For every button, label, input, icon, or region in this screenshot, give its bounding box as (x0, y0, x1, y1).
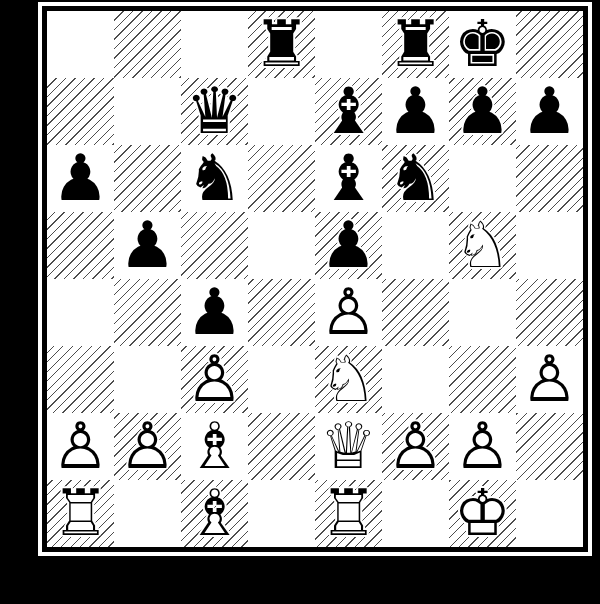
white-pawn-a2[interactable]: ♟♙ (47, 413, 114, 480)
square-g5[interactable]: ♞♘ (449, 212, 516, 279)
chess-board: ♜♜♚♛♝♟♟♟♟♞♝♞♟♟♞♘♟♟♙♟♙♞♘♟♙♟♙♟♙♝♗♛♕♟♙♟♙♜♖♝… (47, 11, 583, 547)
square-d3[interactable] (248, 346, 315, 413)
piece-glyph: ♟ (119, 212, 176, 279)
square-e6[interactable]: ♝ (315, 145, 382, 212)
square-d8[interactable]: ♜ (248, 11, 315, 78)
black-pawn-c4[interactable]: ♟ (181, 279, 248, 346)
piece-outline-layer: ♗ (186, 480, 243, 547)
square-g7[interactable]: ♟ (449, 78, 516, 145)
piece-outline-layer: ♕ (320, 413, 377, 480)
piece-outline-layer: ♙ (521, 346, 578, 413)
black-pawn-h7[interactable]: ♟ (516, 78, 583, 145)
square-h6[interactable] (516, 145, 583, 212)
square-f2[interactable]: ♟♙ (382, 413, 449, 480)
square-f8[interactable]: ♜ (382, 11, 449, 78)
square-e2[interactable]: ♛♕ (315, 413, 382, 480)
white-pawn-b2[interactable]: ♟♙ (114, 413, 181, 480)
white-bishop-c2[interactable]: ♝♗ (181, 413, 248, 480)
square-e5[interactable]: ♟ (315, 212, 382, 279)
square-c7[interactable]: ♛ (181, 78, 248, 145)
piece-outline-layer: ♔ (454, 480, 511, 547)
white-rook-a1[interactable]: ♜♖ (47, 480, 114, 547)
white-pawn-g2[interactable]: ♟♙ (449, 413, 516, 480)
piece-glyph: ♜ (253, 11, 310, 78)
white-pawn-e4[interactable]: ♟♙ (315, 279, 382, 346)
square-a1[interactable]: ♜♖ (47, 480, 114, 547)
square-e4[interactable]: ♟♙ (315, 279, 382, 346)
piece-glyph: ♛ (186, 78, 243, 145)
square-h7[interactable]: ♟ (516, 78, 583, 145)
square-f1[interactable] (382, 480, 449, 547)
black-bishop-e7[interactable]: ♝ (315, 78, 382, 145)
black-pawn-b5[interactable]: ♟ (114, 212, 181, 279)
square-d4[interactable] (248, 279, 315, 346)
white-rook-e1[interactable]: ♜♖ (315, 480, 382, 547)
piece-glyph: ♝ (320, 78, 377, 145)
square-d6[interactable] (248, 145, 315, 212)
white-bishop-c1[interactable]: ♝♗ (181, 480, 248, 547)
square-a8[interactable] (47, 11, 114, 78)
square-e3[interactable]: ♞♘ (315, 346, 382, 413)
black-pawn-a6[interactable]: ♟ (47, 145, 114, 212)
black-rook-f8[interactable]: ♜ (382, 11, 449, 78)
white-knight-g5[interactable]: ♞♘ (449, 212, 516, 279)
black-rook-d8[interactable]: ♜ (248, 11, 315, 78)
piece-glyph: ♚ (454, 11, 511, 78)
square-h3[interactable]: ♟♙ (516, 346, 583, 413)
square-a4[interactable] (47, 279, 114, 346)
black-pawn-g7[interactable]: ♟ (449, 78, 516, 145)
square-h8[interactable] (516, 11, 583, 78)
square-g6[interactable] (449, 145, 516, 212)
piece-glyph: ♟ (52, 145, 109, 212)
square-a3[interactable] (47, 346, 114, 413)
square-b8[interactable] (114, 11, 181, 78)
square-c8[interactable] (181, 11, 248, 78)
white-pawn-h3[interactable]: ♟♙ (516, 346, 583, 413)
square-a2[interactable]: ♟♙ (47, 413, 114, 480)
square-a6[interactable]: ♟ (47, 145, 114, 212)
square-f5[interactable] (382, 212, 449, 279)
piece-outline-layer: ♘ (320, 346, 377, 413)
square-h5[interactable] (516, 212, 583, 279)
square-a7[interactable] (47, 78, 114, 145)
square-h2[interactable] (516, 413, 583, 480)
chess-board-outer: ♜♜♚♛♝♟♟♟♟♞♝♞♟♟♞♘♟♟♙♟♙♞♘♟♙♟♙♟♙♝♗♛♕♟♙♟♙♜♖♝… (38, 2, 592, 556)
piece-glyph: ♞ (387, 145, 444, 212)
white-pawn-c3[interactable]: ♟♙ (181, 346, 248, 413)
piece-outline-layer: ♙ (186, 346, 243, 413)
square-b2[interactable]: ♟♙ (114, 413, 181, 480)
square-c5[interactable] (181, 212, 248, 279)
piece-outline-layer: ♘ (454, 212, 511, 279)
square-a5[interactable] (47, 212, 114, 279)
square-e1[interactable]: ♜♖ (315, 480, 382, 547)
square-c6[interactable]: ♞ (181, 145, 248, 212)
square-g1[interactable]: ♚♔ (449, 480, 516, 547)
piece-outline-layer: ♖ (320, 480, 377, 547)
square-g2[interactable]: ♟♙ (449, 413, 516, 480)
piece-outline-layer: ♙ (320, 279, 377, 346)
square-d5[interactable] (248, 212, 315, 279)
white-pawn-f2[interactable]: ♟♙ (382, 413, 449, 480)
piece-outline-layer: ♖ (52, 480, 109, 547)
square-e8[interactable] (315, 11, 382, 78)
piece-glyph: ♟ (454, 78, 511, 145)
black-queen-c7[interactable]: ♛ (181, 78, 248, 145)
square-b1[interactable] (114, 480, 181, 547)
square-d1[interactable] (248, 480, 315, 547)
square-f7[interactable]: ♟ (382, 78, 449, 145)
square-b7[interactable] (114, 78, 181, 145)
black-knight-c6[interactable]: ♞ (181, 145, 248, 212)
piece-outline-layer: ♙ (52, 413, 109, 480)
piece-outline-layer: ♙ (387, 413, 444, 480)
square-g8[interactable]: ♚ (449, 11, 516, 78)
black-bishop-e6[interactable]: ♝ (315, 145, 382, 212)
piece-glyph: ♟ (521, 78, 578, 145)
white-knight-e3[interactable]: ♞♘ (315, 346, 382, 413)
piece-glyph: ♞ (186, 145, 243, 212)
square-c3[interactable]: ♟♙ (181, 346, 248, 413)
square-e7[interactable]: ♝ (315, 78, 382, 145)
piece-glyph: ♝ (320, 145, 377, 212)
black-pawn-f7[interactable]: ♟ (382, 78, 449, 145)
square-c4[interactable]: ♟ (181, 279, 248, 346)
square-c1[interactable]: ♝♗ (181, 480, 248, 547)
piece-glyph: ♟ (387, 78, 444, 145)
square-b4[interactable] (114, 279, 181, 346)
piece-glyph: ♟ (320, 212, 377, 279)
square-b6[interactable] (114, 145, 181, 212)
white-king-g1[interactable]: ♚♔ (449, 480, 516, 547)
square-b5[interactable]: ♟ (114, 212, 181, 279)
white-queen-e2[interactable]: ♛♕ (315, 413, 382, 480)
black-pawn-e5[interactable]: ♟ (315, 212, 382, 279)
square-c2[interactable]: ♝♗ (181, 413, 248, 480)
piece-outline-layer: ♗ (186, 413, 243, 480)
piece-glyph: ♟ (186, 279, 243, 346)
square-f4[interactable] (382, 279, 449, 346)
square-h1[interactable] (516, 480, 583, 547)
square-f3[interactable] (382, 346, 449, 413)
black-king-g8[interactable]: ♚ (449, 11, 516, 78)
square-g3[interactable] (449, 346, 516, 413)
chess-board-frame: ♜♜♚♛♝♟♟♟♟♞♝♞♟♟♞♘♟♟♙♟♙♞♘♟♙♟♙♟♙♝♗♛♕♟♙♟♙♜♖♝… (42, 6, 588, 552)
square-d2[interactable] (248, 413, 315, 480)
square-f6[interactable]: ♞ (382, 145, 449, 212)
piece-outline-layer: ♙ (454, 413, 511, 480)
square-g4[interactable] (449, 279, 516, 346)
square-h4[interactable] (516, 279, 583, 346)
square-d7[interactable] (248, 78, 315, 145)
square-b3[interactable] (114, 346, 181, 413)
black-knight-f6[interactable]: ♞ (382, 145, 449, 212)
piece-outline-layer: ♙ (119, 413, 176, 480)
piece-glyph: ♜ (387, 11, 444, 78)
